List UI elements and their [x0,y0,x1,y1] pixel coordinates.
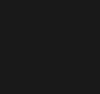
screen [0,0,100,94]
chess-board [4,0,100,91]
red-divider-line [0,87,100,89]
bottom-bar [0,91,100,94]
